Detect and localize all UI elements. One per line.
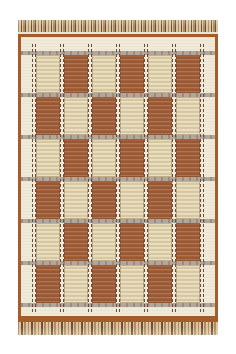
board-cell [92, 139, 116, 177]
board-cell [176, 55, 200, 93]
grid-line-vertical [32, 44, 36, 312]
board-cell [64, 181, 88, 219]
board-cell [176, 265, 200, 303]
board-cell [148, 97, 172, 135]
board-cell [92, 223, 116, 261]
board-cell [36, 139, 60, 177]
board-cell [92, 265, 116, 303]
board-cell [64, 55, 88, 93]
rug-border [18, 34, 218, 322]
board-cell [148, 181, 172, 219]
fringe-bottom [18, 322, 218, 335]
board-cell [176, 223, 200, 261]
board-cell [120, 181, 144, 219]
board-cell [36, 97, 60, 135]
board-cell [36, 265, 60, 303]
grid-line-vertical [144, 44, 148, 312]
board-cell [36, 55, 60, 93]
board-cell [92, 181, 116, 219]
board-cell [64, 139, 88, 177]
board-cell [120, 223, 144, 261]
board-cell [148, 223, 172, 261]
board-cell [64, 223, 88, 261]
grid-line-vertical [88, 44, 92, 312]
fringe-top [18, 20, 218, 34]
board-cell [176, 181, 200, 219]
board-cell [92, 97, 116, 135]
rug [18, 20, 218, 335]
board-cell [120, 55, 144, 93]
board-cell [64, 97, 88, 135]
board-grid [21, 37, 215, 316]
board-cell [120, 139, 144, 177]
board-cell [120, 97, 144, 135]
board-cell [148, 265, 172, 303]
grid-line-vertical [60, 44, 64, 312]
board-cell [92, 55, 116, 93]
board-cell [36, 223, 60, 261]
board-cell [148, 139, 172, 177]
board-cell [120, 265, 144, 303]
board-cell [176, 139, 200, 177]
rug-product-photo [0, 0, 236, 354]
board-cell [176, 97, 200, 135]
board-cell [64, 265, 88, 303]
grid-line-vertical [116, 44, 120, 312]
grid-line-vertical [172, 44, 176, 312]
grid-line-vertical [200, 44, 204, 312]
board-cell [36, 181, 60, 219]
board-cell [148, 55, 172, 93]
